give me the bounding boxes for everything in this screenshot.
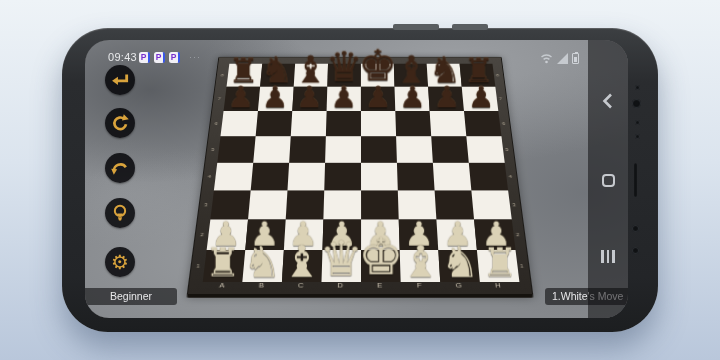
square-a7[interactable]: ♟ [224,87,261,111]
notification-p-icon: P [139,52,150,63]
status-bar: 09:43 PPP ··· [85,40,628,68]
square-f1[interactable]: ♝ [400,250,441,282]
undo-button[interactable] [105,153,135,183]
square-f6[interactable] [395,111,431,136]
sensor-dot [635,120,640,125]
earpiece-speaker [634,163,637,197]
front-camera [632,99,641,108]
square-g7[interactable]: ♟ [428,87,464,111]
sensor-dot [632,247,639,254]
square-c4[interactable] [287,163,325,191]
square-f5[interactable] [396,136,433,162]
square-c7[interactable]: ♟ [292,87,327,111]
square-g4[interactable] [433,163,472,191]
square-h7[interactable]: ♟ [462,87,499,111]
square-e5[interactable] [361,136,397,162]
more-notifications-indicator: ··· [189,52,201,62]
square-b6[interactable] [256,111,293,136]
piece-bp-g7[interactable]: ♟ [434,83,461,111]
square-a6[interactable] [220,111,257,136]
piece-wb-f1[interactable]: ♝ [401,240,440,282]
square-a4[interactable] [214,163,253,191]
piece-wn-b1[interactable]: ♞ [243,241,281,282]
square-d5[interactable] [325,136,361,162]
square-e1[interactable]: ♚ [361,250,401,282]
square-a5[interactable] [217,136,255,162]
signal-icon [557,53,568,64]
undo-icon [110,158,130,178]
sensor-dot [632,225,639,232]
notification-p-icon: P [169,52,180,63]
wifi-icon [540,53,553,64]
rotate-board-button[interactable] [105,108,135,138]
nav-recents-icon[interactable] [601,250,615,263]
nav-back-icon[interactable] [600,92,616,110]
piece-bp-c7[interactable]: ♟ [296,83,323,111]
sensor-dot [635,134,640,139]
square-f4[interactable] [397,163,435,191]
square-b7[interactable]: ♟ [258,87,294,111]
lightbulb-icon [110,203,130,223]
rank-label-4: 4 [503,163,519,191]
square-b5[interactable] [253,136,291,162]
square-e6[interactable] [361,111,396,136]
piece-wn-g1[interactable]: ♞ [441,241,479,282]
piece-wk-e1[interactable]: ♚ [358,234,403,282]
square-h6[interactable] [464,111,501,136]
piece-wr-h1[interactable]: ♜ [482,244,518,282]
nav-home-icon[interactable] [602,174,615,187]
square-f7[interactable]: ♟ [395,87,430,111]
phone-frame: ♜♞♝♛♚♝♞♜♟♟♟♟♟♟♟♟♟♟♟♟♟♟♟♟♜♞♝♛♚♝♞♜ 8765432… [62,28,658,332]
piece-bp-h7[interactable]: ♟ [468,83,495,111]
piece-wr-a1[interactable]: ♜ [205,244,241,282]
back-button[interactable] [105,65,135,95]
square-h1[interactable]: ♜ [477,250,520,282]
square-d7[interactable]: ♟ [327,87,361,111]
square-b1[interactable]: ♞ [242,250,284,282]
piece-wb-c1[interactable]: ♝ [282,240,321,282]
square-d6[interactable] [326,111,361,136]
notification-p-icon: P [154,52,165,63]
square-a1[interactable]: ♜ [203,250,246,282]
square-d1[interactable]: ♛ [322,250,362,282]
screen: ♜♞♝♛♚♝♞♜♟♟♟♟♟♟♟♟♟♟♟♟♟♟♟♟♜♞♝♛♚♝♞♜ 8765432… [85,40,628,318]
settings-button[interactable]: ⚙ [105,247,135,277]
gear-icon: ⚙ [111,252,129,272]
square-c6[interactable] [291,111,327,136]
square-g6[interactable] [430,111,467,136]
rank-label-7: 7 [493,87,507,111]
square-e7[interactable]: ♟ [361,87,395,111]
square-g1[interactable]: ♞ [438,250,480,282]
clock: 09:43 [108,51,137,63]
difficulty-badge[interactable]: Beginner [85,288,177,305]
rotate-icon [110,113,130,133]
square-b4[interactable] [251,163,289,191]
piece-wq-d1[interactable]: ♛ [320,236,363,282]
square-h5[interactable] [466,136,504,162]
back-arrow-icon [110,70,130,90]
square-c1[interactable]: ♝ [282,250,323,282]
square-g5[interactable] [431,136,469,162]
android-nav-bar [588,40,628,318]
piece-bp-a7[interactable]: ♟ [227,83,254,111]
piece-bp-b7[interactable]: ♟ [262,83,289,111]
power-button[interactable] [452,24,488,30]
proximity-sensor [635,85,640,90]
rank-label-5: 5 [500,136,515,162]
piece-bp-d7[interactable]: ♟ [331,83,358,111]
battery-icon [572,53,579,64]
hint-button[interactable] [105,198,135,228]
square-d4[interactable] [324,163,361,191]
piece-bp-f7[interactable]: ♟ [399,83,426,111]
piece-bp-e7[interactable]: ♟ [365,83,392,111]
chess-board: ♜♞♝♛♚♝♞♜♟♟♟♟♟♟♟♟♟♟♟♟♟♟♟♟♜♞♝♛♚♝♞♜ 8765432… [186,57,533,298]
square-e4[interactable] [361,163,398,191]
volume-button[interactable] [393,24,439,30]
notification-badges: PPP [139,52,180,63]
square-c5[interactable] [289,136,326,162]
board-grid: ♜♞♝♛♚♝♞♜♟♟♟♟♟♟♟♟♟♟♟♟♟♟♟♟♜♞♝♛♚♝♞♜ [203,64,520,282]
